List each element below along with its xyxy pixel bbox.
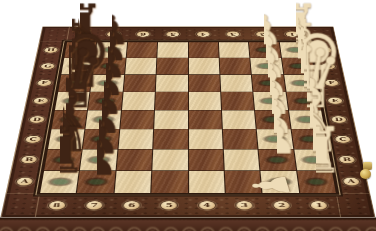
coord-label-3: 3 — [226, 31, 239, 36]
coord-label-2: 2 — [256, 31, 269, 36]
box-front-edge — [0, 217, 376, 231]
chess-board: 87654321 87654321 HGFEDCBA HGFEDCBA ♜♟♟♜… — [0, 27, 375, 218]
square-a4 — [189, 171, 225, 193]
brass-clasp-icon — [359, 161, 374, 180]
piece-white-pawn: ♟ — [246, 184, 294, 186]
square-d4 — [189, 110, 222, 129]
square-a7: ♟ — [77, 171, 115, 193]
square-d3 — [222, 110, 256, 129]
chess-set-photo: 87654321 87654321 HGFEDCBA HGFEDCBA ♜♟♟♜… — [0, 0, 376, 231]
square-a6 — [114, 171, 151, 193]
square-d5 — [154, 110, 187, 129]
coord-label-4: 4 — [197, 31, 210, 36]
coord-label-A: A — [343, 178, 360, 186]
square-a8: ♜ — [40, 171, 79, 193]
square-a1: ♜ — [297, 171, 336, 193]
square-a5 — [151, 171, 187, 193]
square-d6 — [120, 110, 154, 129]
